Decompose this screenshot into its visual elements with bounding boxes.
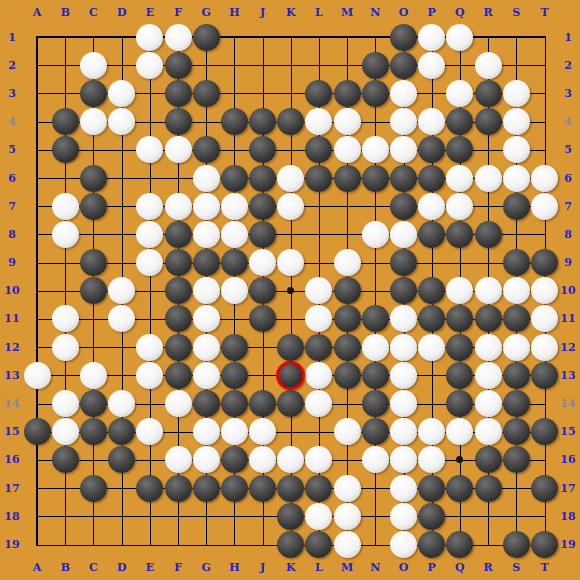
stone-black-S14 xyxy=(503,390,530,417)
stone-black-M13 xyxy=(334,362,361,389)
col-label-N: N xyxy=(361,3,389,21)
stone-black-O2 xyxy=(390,52,417,79)
stone-white-O12 xyxy=(390,334,417,361)
stone-white-P7 xyxy=(418,193,445,220)
stone-white-D3 xyxy=(108,80,135,107)
stone-white-F7 xyxy=(165,193,192,220)
row-label-2: 2 xyxy=(559,51,577,79)
stone-black-Q17 xyxy=(446,475,473,502)
stone-white-H7 xyxy=(221,193,248,220)
row-label-14: 14 xyxy=(559,389,577,417)
row-label-2: 2 xyxy=(3,51,21,79)
top-column-labels: ABCDEFGHJKLMNOPQRST xyxy=(23,3,559,21)
row-label-15: 15 xyxy=(559,418,577,446)
stone-white-M17 xyxy=(334,475,361,502)
col-label-K: K xyxy=(277,558,305,576)
stone-black-R4 xyxy=(475,108,502,135)
stone-white-R13 xyxy=(475,362,502,389)
col-label-J: J xyxy=(249,558,277,576)
row-label-6: 6 xyxy=(3,164,21,192)
stone-black-O7 xyxy=(390,193,417,220)
stone-white-N8 xyxy=(362,221,389,248)
stone-black-R8 xyxy=(475,221,502,248)
col-label-D: D xyxy=(108,3,136,21)
stone-white-G8 xyxy=(193,221,220,248)
stone-black-P6 xyxy=(418,165,445,192)
stone-black-L19 xyxy=(305,531,332,558)
stone-white-D14 xyxy=(108,390,135,417)
stone-white-J9 xyxy=(249,249,276,276)
stone-black-H9 xyxy=(221,249,248,276)
stone-black-G3 xyxy=(193,80,220,107)
row-label-10: 10 xyxy=(3,277,21,305)
row-label-9: 9 xyxy=(3,249,21,277)
stone-black-G1 xyxy=(193,24,220,51)
stone-black-H6 xyxy=(221,165,248,192)
col-label-G: G xyxy=(192,558,220,576)
col-label-S: S xyxy=(502,558,530,576)
stone-black-F11 xyxy=(165,305,192,332)
stone-white-E2 xyxy=(136,52,163,79)
row-label-8: 8 xyxy=(559,220,577,248)
stone-black-T13 xyxy=(531,362,558,389)
col-label-T: T xyxy=(530,558,558,576)
stone-white-T7 xyxy=(531,193,558,220)
stone-black-C17 xyxy=(80,475,107,502)
row-label-15: 15 xyxy=(3,418,21,446)
stone-black-Q19 xyxy=(446,531,473,558)
stone-white-G16 xyxy=(193,446,220,473)
stone-black-Q12 xyxy=(446,334,473,361)
stone-white-S12 xyxy=(503,334,530,361)
stone-white-O14 xyxy=(390,390,417,417)
col-label-J: J xyxy=(249,3,277,21)
col-label-O: O xyxy=(389,3,417,21)
stone-black-K18 xyxy=(277,503,304,530)
col-label-T: T xyxy=(530,3,558,21)
col-label-B: B xyxy=(51,3,79,21)
col-label-F: F xyxy=(164,3,192,21)
col-label-D: D xyxy=(108,558,136,576)
stone-black-M11 xyxy=(334,305,361,332)
stone-black-G9 xyxy=(193,249,220,276)
stone-white-C4 xyxy=(80,108,107,135)
row-label-12: 12 xyxy=(559,333,577,361)
stone-black-N3 xyxy=(362,80,389,107)
col-label-A: A xyxy=(23,3,51,21)
col-label-R: R xyxy=(474,3,502,21)
stone-black-B16 xyxy=(52,446,79,473)
col-label-P: P xyxy=(418,3,446,21)
stone-black-S15 xyxy=(503,418,530,445)
row-label-1: 1 xyxy=(3,23,21,51)
stone-black-B5 xyxy=(52,136,79,163)
stone-white-Q1 xyxy=(446,24,473,51)
stone-white-O19 xyxy=(390,531,417,558)
stone-black-N2 xyxy=(362,52,389,79)
goban[interactable] xyxy=(23,23,559,559)
stone-white-G12 xyxy=(193,334,220,361)
stone-white-N12 xyxy=(362,334,389,361)
stone-white-O3 xyxy=(390,80,417,107)
stone-black-K12 xyxy=(277,334,304,361)
stone-black-H12 xyxy=(221,334,248,361)
stone-white-S3 xyxy=(503,80,530,107)
stone-black-M6 xyxy=(334,165,361,192)
stone-white-G13 xyxy=(193,362,220,389)
col-label-L: L xyxy=(305,558,333,576)
stone-white-O8 xyxy=(390,221,417,248)
stone-white-G10 xyxy=(193,277,220,304)
stone-black-F8 xyxy=(165,221,192,248)
col-label-O: O xyxy=(389,558,417,576)
stone-white-T6 xyxy=(531,165,558,192)
stone-white-B7 xyxy=(52,193,79,220)
stone-black-R16 xyxy=(475,446,502,473)
stone-white-R15 xyxy=(475,418,502,445)
stone-white-M18 xyxy=(334,503,361,530)
row-label-5: 5 xyxy=(559,136,577,164)
row-label-12: 12 xyxy=(3,333,21,361)
col-label-S: S xyxy=(502,3,530,21)
stone-white-T11 xyxy=(531,305,558,332)
stone-black-C9 xyxy=(80,249,107,276)
stone-black-T17 xyxy=(531,475,558,502)
stone-white-M5 xyxy=(334,136,361,163)
stone-black-C14 xyxy=(80,390,107,417)
stone-white-R2 xyxy=(475,52,502,79)
stone-white-K7 xyxy=(277,193,304,220)
stone-white-S4 xyxy=(503,108,530,135)
stone-black-T19 xyxy=(531,531,558,558)
row-label-17: 17 xyxy=(559,474,577,502)
stone-white-F1 xyxy=(165,24,192,51)
stone-black-E17 xyxy=(136,475,163,502)
stone-white-B8 xyxy=(52,221,79,248)
stone-black-T15 xyxy=(531,418,558,445)
stone-white-F14 xyxy=(165,390,192,417)
stone-black-P19 xyxy=(418,531,445,558)
row-label-4: 4 xyxy=(559,108,577,136)
stone-white-K6 xyxy=(277,165,304,192)
stone-black-M3 xyxy=(334,80,361,107)
row-label-18: 18 xyxy=(3,502,21,530)
stone-black-N15 xyxy=(362,418,389,445)
col-label-H: H xyxy=(220,558,248,576)
stone-black-C15 xyxy=(80,418,107,445)
stone-black-S16 xyxy=(503,446,530,473)
stone-black-G5 xyxy=(193,136,220,163)
stone-black-L12 xyxy=(305,334,332,361)
stone-white-E13 xyxy=(136,362,163,389)
stone-white-S5 xyxy=(503,136,530,163)
stone-white-Q7 xyxy=(446,193,473,220)
col-label-R: R xyxy=(474,558,502,576)
stone-black-S13 xyxy=(503,362,530,389)
col-label-C: C xyxy=(79,558,107,576)
row-label-9: 9 xyxy=(559,249,577,277)
stone-white-G15 xyxy=(193,418,220,445)
stone-black-F9 xyxy=(165,249,192,276)
stone-black-J17 xyxy=(249,475,276,502)
stone-black-N13 xyxy=(362,362,389,389)
stone-white-C2 xyxy=(80,52,107,79)
stone-white-H8 xyxy=(221,221,248,248)
row-label-18: 18 xyxy=(559,502,577,530)
stone-black-F2 xyxy=(165,52,192,79)
stone-black-G14 xyxy=(193,390,220,417)
stone-black-M12 xyxy=(334,334,361,361)
row-label-8: 8 xyxy=(3,220,21,248)
stone-white-M9 xyxy=(334,249,361,276)
col-label-E: E xyxy=(136,3,164,21)
stone-black-F13 xyxy=(165,362,192,389)
stone-black-O6 xyxy=(390,165,417,192)
col-label-B: B xyxy=(51,558,79,576)
stone-black-H14 xyxy=(221,390,248,417)
bottom-column-labels: ABCDEFGHJKLMNOPQRST xyxy=(23,558,559,576)
stone-white-T10 xyxy=(531,277,558,304)
stone-white-E7 xyxy=(136,193,163,220)
stone-white-R6 xyxy=(475,165,502,192)
stone-black-H13 xyxy=(221,362,248,389)
go-board-screen: ABCDEFGHJKLMNOPQRST ABCDEFGHJKLMNOPQRST … xyxy=(0,0,580,580)
col-label-G: G xyxy=(192,3,220,21)
row-label-4: 4 xyxy=(3,108,21,136)
stone-black-K19 xyxy=(277,531,304,558)
stone-black-K17 xyxy=(277,475,304,502)
col-label-L: L xyxy=(305,3,333,21)
stone-black-F4 xyxy=(165,108,192,135)
stone-black-R3 xyxy=(475,80,502,107)
row-label-1: 1 xyxy=(559,23,577,51)
stone-white-A13 xyxy=(24,362,51,389)
row-label-11: 11 xyxy=(559,305,577,333)
stone-black-B4 xyxy=(52,108,79,135)
row-label-19: 19 xyxy=(559,530,577,558)
stone-white-R14 xyxy=(475,390,502,417)
row-label-6: 6 xyxy=(559,164,577,192)
stone-black-C7 xyxy=(80,193,107,220)
stone-white-G11 xyxy=(193,305,220,332)
row-label-19: 19 xyxy=(3,530,21,558)
stone-white-P12 xyxy=(418,334,445,361)
stone-white-P2 xyxy=(418,52,445,79)
col-label-H: H xyxy=(220,3,248,21)
stone-black-T9 xyxy=(531,249,558,276)
stone-black-N14 xyxy=(362,390,389,417)
stone-white-E12 xyxy=(136,334,163,361)
row-label-16: 16 xyxy=(559,446,577,474)
stone-black-H4 xyxy=(221,108,248,135)
stone-black-P18 xyxy=(418,503,445,530)
left-row-labels: 12345678910111213141516171819 xyxy=(3,23,21,559)
col-label-Q: Q xyxy=(446,3,474,21)
row-label-3: 3 xyxy=(559,79,577,107)
stone-white-G7 xyxy=(193,193,220,220)
col-label-A: A xyxy=(23,558,51,576)
stone-black-C3 xyxy=(80,80,107,107)
stone-white-M19 xyxy=(334,531,361,558)
stone-white-T12 xyxy=(531,334,558,361)
stone-black-M10 xyxy=(334,277,361,304)
stone-black-P17 xyxy=(418,475,445,502)
stone-white-R12 xyxy=(475,334,502,361)
row-label-5: 5 xyxy=(3,136,21,164)
stone-white-C13 xyxy=(80,362,107,389)
col-label-M: M xyxy=(333,558,361,576)
stone-white-E1 xyxy=(136,24,163,51)
stone-white-S10 xyxy=(503,277,530,304)
stone-black-N6 xyxy=(362,165,389,192)
stone-black-J14 xyxy=(249,390,276,417)
stone-white-B14 xyxy=(52,390,79,417)
row-label-7: 7 xyxy=(3,192,21,220)
row-label-14: 14 xyxy=(3,389,21,417)
stone-black-O9 xyxy=(390,249,417,276)
stone-white-O13 xyxy=(390,362,417,389)
row-label-10: 10 xyxy=(559,277,577,305)
stone-white-N5 xyxy=(362,136,389,163)
stone-black-F12 xyxy=(165,334,192,361)
stone-white-M4 xyxy=(334,108,361,135)
stone-black-O1 xyxy=(390,24,417,51)
stone-black-J6 xyxy=(249,165,276,192)
row-label-3: 3 xyxy=(3,79,21,107)
row-label-16: 16 xyxy=(3,446,21,474)
col-label-F: F xyxy=(164,558,192,576)
stone-black-G17 xyxy=(193,475,220,502)
col-label-Q: Q xyxy=(446,558,474,576)
stone-black-F17 xyxy=(165,475,192,502)
stone-black-R17 xyxy=(475,475,502,502)
stone-white-Q6 xyxy=(446,165,473,192)
col-label-P: P xyxy=(418,558,446,576)
col-label-K: K xyxy=(277,3,305,21)
stone-black-L17 xyxy=(305,475,332,502)
stone-white-O4 xyxy=(390,108,417,135)
stone-white-R10 xyxy=(475,277,502,304)
stone-black-P8 xyxy=(418,221,445,248)
stone-black-S9 xyxy=(503,249,530,276)
col-label-E: E xyxy=(136,558,164,576)
stone-black-F10 xyxy=(165,277,192,304)
stone-black-S19 xyxy=(503,531,530,558)
row-label-13: 13 xyxy=(3,361,21,389)
stone-white-P1 xyxy=(418,24,445,51)
row-label-17: 17 xyxy=(3,474,21,502)
row-label-7: 7 xyxy=(559,192,577,220)
stone-white-F5 xyxy=(165,136,192,163)
stone-white-G6 xyxy=(193,165,220,192)
stone-white-H10 xyxy=(221,277,248,304)
stone-black-J7 xyxy=(249,193,276,220)
row-label-11: 11 xyxy=(3,305,21,333)
stone-white-O17 xyxy=(390,475,417,502)
stone-white-S6 xyxy=(503,165,530,192)
stone-white-M15 xyxy=(334,418,361,445)
stone-black-C6 xyxy=(80,165,107,192)
col-label-C: C xyxy=(79,3,107,21)
col-label-N: N xyxy=(361,558,389,576)
stone-black-R11 xyxy=(475,305,502,332)
stone-white-H15 xyxy=(221,418,248,445)
last-move-stone-black-K13 xyxy=(276,361,305,390)
row-label-13: 13 xyxy=(559,361,577,389)
stone-black-F3 xyxy=(165,80,192,107)
stone-black-A15 xyxy=(24,418,51,445)
stone-black-L6 xyxy=(305,165,332,192)
col-label-M: M xyxy=(333,3,361,21)
stone-white-B15 xyxy=(52,418,79,445)
stone-black-H17 xyxy=(221,475,248,502)
stone-white-O18 xyxy=(390,503,417,530)
right-row-labels: 12345678910111213141516171819 xyxy=(559,23,577,559)
stone-black-J8 xyxy=(249,221,276,248)
stone-white-B12 xyxy=(52,334,79,361)
stone-white-F16 xyxy=(165,446,192,473)
stone-black-S7 xyxy=(503,193,530,220)
